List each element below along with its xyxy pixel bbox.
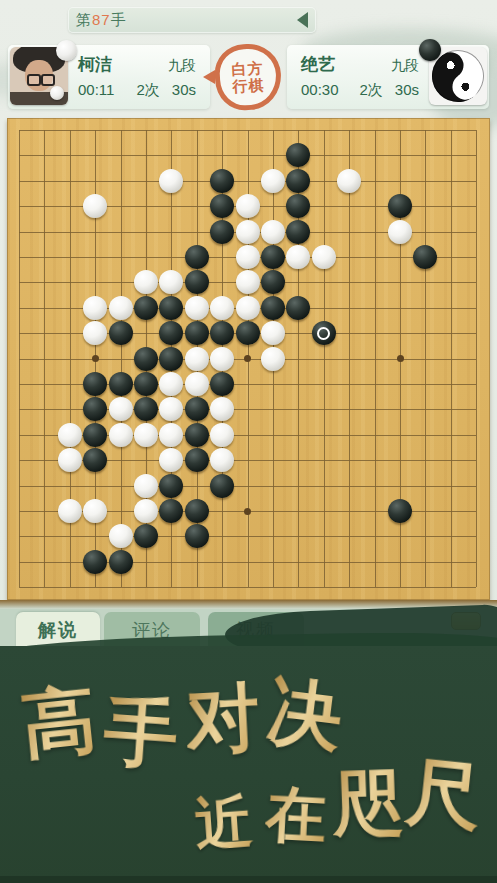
white-stone-small-icon (50, 86, 64, 100)
white-stone[interactable] (58, 499, 82, 523)
black-stone[interactable] (286, 194, 310, 218)
grid-line (19, 486, 476, 487)
player-name: 柯洁 (78, 53, 112, 76)
black-stone[interactable] (236, 321, 260, 345)
white-stone[interactable] (236, 245, 260, 269)
tab-bar: 解说 评论 视频 (0, 609, 497, 648)
calligraphy-char: 在 (263, 773, 328, 859)
grid-line (476, 130, 477, 587)
white-stone[interactable] (236, 194, 260, 218)
white-stone[interactable] (261, 321, 285, 345)
calligraphy-char: 对 (183, 668, 262, 772)
player-clock: 00:11 (78, 81, 114, 98)
white-stone[interactable] (83, 499, 107, 523)
white-stone[interactable] (83, 194, 107, 218)
white-stone[interactable] (134, 423, 158, 447)
bottom-strip (0, 876, 497, 883)
white-stone[interactable] (134, 499, 158, 523)
move-counter-text: 第87手 (76, 11, 127, 30)
black-stone[interactable] (134, 372, 158, 396)
black-stone[interactable] (210, 321, 234, 345)
white-stone[interactable] (109, 524, 133, 548)
player-rank: 九段 (391, 57, 419, 75)
black-stone[interactable] (210, 372, 234, 396)
white-stone[interactable] (58, 423, 82, 447)
black-stone[interactable] (388, 499, 412, 523)
move-number: 87 (92, 11, 111, 28)
white-stone[interactable] (210, 397, 234, 421)
black-stone[interactable] (185, 448, 209, 472)
banner-calligraphy-line1: 高手对决 (22, 666, 318, 766)
black-stone[interactable] (286, 220, 310, 244)
last-move-marker (317, 327, 330, 340)
turn-indicator-seal: 白方 行棋 (213, 42, 282, 111)
white-stone[interactable] (210, 296, 234, 320)
white-stone[interactable] (185, 347, 209, 371)
black-stone[interactable] (185, 423, 209, 447)
calligraphy-char: 手 (101, 682, 182, 787)
white-stone[interactable] (337, 169, 361, 193)
black-stone[interactable] (286, 169, 310, 193)
black-stone[interactable] (185, 270, 209, 294)
black-stone[interactable] (83, 372, 107, 396)
white-stone[interactable] (159, 372, 183, 396)
black-stone[interactable] (134, 524, 158, 548)
black-stone[interactable] (413, 245, 437, 269)
black-stone[interactable] (185, 397, 209, 421)
seal-text-top: 白方 (231, 59, 264, 78)
grid-line (19, 587, 476, 588)
white-stone[interactable] (261, 169, 285, 193)
grid-line (324, 130, 325, 587)
black-stone[interactable] (134, 397, 158, 421)
player-name: 绝艺 (301, 53, 335, 76)
black-stone[interactable] (109, 550, 133, 574)
banner-calligraphy-line2: 近在咫尺 (192, 758, 448, 845)
black-stone[interactable] (286, 143, 310, 167)
grid-line (349, 130, 350, 587)
white-stone[interactable] (109, 423, 133, 447)
black-stone[interactable] (210, 220, 234, 244)
white-stone-icon (56, 40, 77, 61)
player-rank: 九段 (168, 57, 196, 75)
white-stone[interactable] (109, 296, 133, 320)
white-stone[interactable] (58, 448, 82, 472)
white-stone[interactable] (159, 423, 183, 447)
player-clock: 00:30 (301, 81, 339, 98)
white-stone[interactable] (185, 296, 209, 320)
black-stone[interactable] (159, 296, 183, 320)
white-stone[interactable] (236, 296, 260, 320)
black-stone[interactable] (388, 194, 412, 218)
black-stone[interactable] (261, 296, 285, 320)
black-stone[interactable] (83, 550, 107, 574)
grid-line (451, 130, 452, 587)
grid-line (19, 536, 476, 537)
black-stone[interactable] (159, 347, 183, 371)
black-stone[interactable] (185, 245, 209, 269)
black-stone[interactable] (210, 194, 234, 218)
black-stone[interactable] (109, 321, 133, 345)
move-counter-bar[interactable]: 第87手 (68, 7, 316, 33)
byoyomi-seconds: 30s (172, 81, 196, 98)
black-stone[interactable] (185, 321, 209, 345)
rewind-icon[interactable] (297, 12, 308, 28)
grid-line (375, 130, 376, 587)
white-stone[interactable] (210, 423, 234, 447)
black-stone[interactable] (261, 245, 285, 269)
black-stone[interactable] (185, 499, 209, 523)
white-stone[interactable] (185, 372, 209, 396)
calligraphy-char: 决 (262, 662, 348, 770)
black-stone[interactable] (83, 397, 107, 421)
black-stone[interactable] (210, 169, 234, 193)
black-stone[interactable] (83, 423, 107, 447)
white-stone[interactable] (312, 245, 336, 269)
calligraphy-char: 尺 (402, 741, 486, 849)
white-stone[interactable] (210, 347, 234, 371)
black-stone[interactable] (109, 372, 133, 396)
grid-line (425, 130, 426, 587)
black-stone[interactable] (159, 474, 183, 498)
star-point (244, 355, 251, 362)
byoyomi-periods: 2次 (136, 81, 159, 100)
white-stone[interactable] (159, 270, 183, 294)
black-stone-icon (419, 39, 441, 61)
white-stone[interactable] (236, 270, 260, 294)
last-move-stone[interactable] (312, 321, 336, 345)
promo-banner[interactable]: 高手对决 近在咫尺 (0, 646, 497, 883)
calligraphy-char: 近 (193, 782, 256, 864)
black-stone[interactable] (159, 321, 183, 345)
star-point (244, 508, 251, 515)
white-stone[interactable] (159, 397, 183, 421)
white-stone[interactable] (388, 220, 412, 244)
byoyomi-seconds: 30s (395, 81, 419, 98)
white-stone[interactable] (159, 169, 183, 193)
white-stone[interactable] (210, 448, 234, 472)
calligraphy-char: 高 (17, 670, 101, 777)
star-point (397, 355, 404, 362)
black-stone[interactable] (210, 474, 234, 498)
black-stone[interactable] (185, 524, 209, 548)
player-panel-white: 柯洁 九段 00:11 2次 30s (8, 45, 210, 109)
white-stone[interactable] (159, 448, 183, 472)
black-stone[interactable] (286, 296, 310, 320)
turn-pointer-icon (203, 70, 215, 84)
white-stone[interactable] (83, 296, 107, 320)
white-stone[interactable] (134, 270, 158, 294)
white-stone[interactable] (261, 347, 285, 371)
black-stone[interactable] (159, 499, 183, 523)
white-stone[interactable] (83, 321, 107, 345)
white-stone[interactable] (286, 245, 310, 269)
black-stone[interactable] (261, 270, 285, 294)
black-stone[interactable] (83, 448, 107, 472)
player-panel-black: 绝艺 九段 00:30 2次 30s (287, 45, 489, 109)
calligraphy-char: 咫 (330, 754, 405, 854)
black-stone[interactable] (134, 347, 158, 371)
black-stone[interactable] (134, 296, 158, 320)
seal-text-bottom: 行棋 (232, 76, 265, 95)
white-stone[interactable] (109, 397, 133, 421)
star-point (92, 355, 99, 362)
white-stone[interactable] (134, 474, 158, 498)
white-stone[interactable] (236, 220, 260, 244)
go-board[interactable] (7, 118, 490, 600)
white-stone[interactable] (261, 220, 285, 244)
byoyomi-periods: 2次 (359, 81, 382, 100)
